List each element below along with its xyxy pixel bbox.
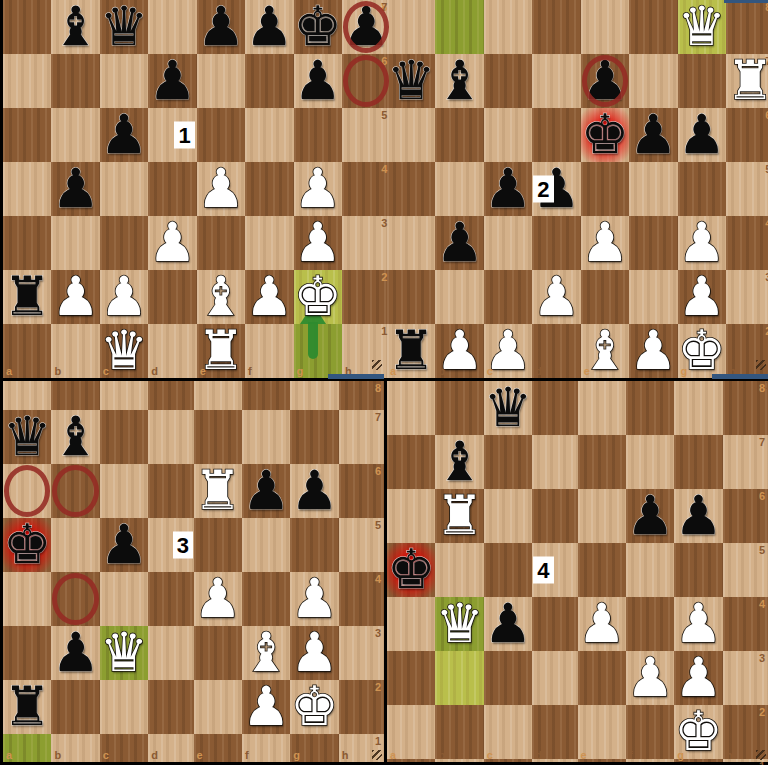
- square-b4[interactable]: ♛: [435, 597, 483, 651]
- white-bishop[interactable]: ♝: [242, 626, 290, 680]
- square-h7[interactable]: ♟7: [342, 0, 390, 54]
- square-d4[interactable]: [148, 162, 196, 216]
- square-e6[interactable]: [197, 54, 245, 108]
- square-h4[interactable]: 4: [339, 572, 384, 626]
- square-h8[interactable]: 8: [723, 381, 768, 435]
- square-c6[interactable]: [100, 464, 148, 518]
- white-king[interactable]: ♚: [290, 680, 338, 734]
- square-f6[interactable]: ♟: [242, 464, 290, 518]
- square-c1[interactable]: c: [484, 759, 532, 762]
- square-b1[interactable]: b: [435, 759, 483, 762]
- square-g1[interactable]: g: [294, 324, 342, 378]
- square-f2[interactable]: [626, 705, 674, 759]
- square-f3[interactable]: [245, 216, 293, 270]
- square-d2[interactable]: [148, 680, 193, 734]
- square-d4[interactable]: [532, 216, 580, 270]
- square-e7[interactable]: [578, 435, 626, 489]
- rank-label: 1: [375, 735, 381, 747]
- square-d7[interactable]: [532, 435, 577, 489]
- white-pawn[interactable]: ♟: [581, 216, 629, 270]
- square-a1[interactable]: a: [3, 734, 51, 763]
- square-g4[interactable]: ♟: [674, 597, 722, 651]
- square-g2[interactable]: ♚: [294, 270, 342, 324]
- square-f8[interactable]: [242, 381, 290, 410]
- square-g7[interactable]: [678, 54, 726, 108]
- square-d1[interactable]: d: [148, 734, 193, 763]
- square-a7[interactable]: ♛: [387, 54, 435, 108]
- board-resize-handle-icon[interactable]: [372, 360, 382, 370]
- square-d6[interactable]: ♟: [148, 54, 196, 108]
- square-c5[interactable]: [484, 543, 532, 597]
- square-b4[interactable]: ♟: [435, 216, 483, 270]
- black-pawn[interactable]: ♟: [435, 216, 483, 270]
- square-g6[interactable]: ♟: [678, 108, 726, 162]
- square-a5[interactable]: [3, 108, 51, 162]
- square-h6[interactable]: 6: [723, 489, 768, 543]
- square-c3[interactable]: [484, 270, 532, 324]
- square-c4[interactable]: [100, 572, 148, 626]
- black-queen[interactable]: ♛: [100, 0, 148, 54]
- white-bishop[interactable]: ♝: [197, 270, 245, 324]
- square-e7[interactable]: [194, 410, 242, 464]
- square-b2[interactable]: ♟: [51, 270, 99, 324]
- square-d6[interactable]: [148, 464, 193, 518]
- square-e7[interactable]: ♟: [581, 54, 629, 108]
- rank-label: 1: [759, 760, 765, 765]
- white-pawn[interactable]: ♟: [629, 324, 677, 378]
- square-c8[interactable]: [100, 381, 148, 410]
- square-a5[interactable]: [387, 162, 435, 216]
- square-a3[interactable]: [387, 651, 435, 705]
- square-e5[interactable]: [194, 518, 242, 572]
- black-pawn[interactable]: ♟: [629, 108, 677, 162]
- square-d3[interactable]: ♟: [532, 270, 580, 324]
- square-a8[interactable]: [387, 0, 435, 54]
- square-f8[interactable]: [626, 381, 674, 435]
- square-d1[interactable]: d: [532, 759, 577, 762]
- square-h6[interactable]: 6: [339, 464, 384, 518]
- square-g8[interactable]: [674, 381, 722, 435]
- square-g6[interactable]: ♟: [674, 489, 722, 543]
- white-pawn[interactable]: ♟: [242, 680, 290, 734]
- white-pawn[interactable]: ♟: [194, 572, 242, 626]
- square-b4[interactable]: [51, 572, 99, 626]
- square-b1[interactable]: b: [51, 734, 99, 763]
- white-pawn[interactable]: ♟: [245, 270, 293, 324]
- square-g3[interactable]: ♟: [294, 216, 342, 270]
- black-pawn[interactable]: ♟: [290, 464, 338, 518]
- white-pawn[interactable]: ♟: [294, 162, 342, 216]
- black-pawn[interactable]: ♟: [51, 162, 99, 216]
- black-bishop[interactable]: ♝: [435, 54, 483, 108]
- square-a3[interactable]: [387, 270, 435, 324]
- black-bishop[interactable]: ♝: [435, 435, 483, 489]
- black-pawn[interactable]: ♟: [581, 54, 629, 108]
- square-f4[interactable]: [629, 216, 677, 270]
- file-label: c: [103, 749, 109, 761]
- white-pawn[interactable]: ♟: [674, 597, 722, 651]
- square-a2[interactable]: ♜: [3, 680, 51, 734]
- square-b5[interactable]: [435, 543, 483, 597]
- file-label: a: [6, 365, 12, 377]
- black-rook[interactable]: ♜: [3, 270, 51, 324]
- white-pawn[interactable]: ♟: [678, 216, 726, 270]
- square-c5[interactable]: ♟: [100, 518, 148, 572]
- square-h5[interactable]: 5: [342, 108, 390, 162]
- square-a3[interactable]: [3, 626, 51, 680]
- square-c2[interactable]: ♟: [100, 270, 148, 324]
- square-a5[interactable]: ♚: [387, 543, 435, 597]
- square-d3[interactable]: ♟: [148, 216, 196, 270]
- square-f4[interactable]: [245, 162, 293, 216]
- square-d7[interactable]: [532, 54, 580, 108]
- white-queen[interactable]: ♛: [435, 597, 483, 651]
- square-d5[interactable]: 3: [148, 518, 193, 572]
- square-e4[interactable]: ♟: [194, 572, 242, 626]
- square-g5[interactable]: [674, 543, 722, 597]
- square-d7[interactable]: [148, 0, 196, 54]
- black-pawn[interactable]: ♟: [294, 54, 342, 108]
- black-pawn[interactable]: ♟: [484, 597, 532, 651]
- square-e8[interactable]: [578, 381, 626, 435]
- board-resize-handle-icon[interactable]: [372, 750, 382, 760]
- square-b1[interactable]: b: [51, 324, 99, 378]
- square-e6[interactable]: ♚: [581, 108, 629, 162]
- black-pawn[interactable]: ♟: [626, 489, 674, 543]
- square-g5[interactable]: [678, 162, 726, 216]
- black-rook[interactable]: ♜: [3, 680, 51, 734]
- square-e5[interactable]: [197, 108, 245, 162]
- square-c1[interactable]: ♛c: [100, 324, 148, 378]
- square-h3[interactable]: 3: [342, 216, 390, 270]
- square-e4[interactable]: ♟: [197, 162, 245, 216]
- square-d5[interactable]: 1: [148, 108, 196, 162]
- square-b6[interactable]: [435, 108, 483, 162]
- square-c6[interactable]: [100, 54, 148, 108]
- white-king[interactable]: ♚: [294, 270, 342, 324]
- file-label: d: [151, 365, 158, 377]
- square-d8[interactable]: [532, 0, 580, 54]
- white-pawn[interactable]: ♟: [290, 572, 338, 626]
- square-f6[interactable]: ♟: [629, 108, 677, 162]
- square-c3[interactable]: [100, 216, 148, 270]
- square-b3[interactable]: ♟: [51, 626, 99, 680]
- white-pawn[interactable]: ♟: [197, 162, 245, 216]
- white-pawn[interactable]: ♟: [51, 270, 99, 324]
- square-e2[interactable]: ♝: [197, 270, 245, 324]
- square-d5[interactable]: ♟2: [532, 162, 580, 216]
- square-h7[interactable]: ♜7: [726, 54, 768, 108]
- square-c2[interactable]: [100, 680, 148, 734]
- square-h4[interactable]: 4: [342, 162, 390, 216]
- square-b6[interactable]: [51, 464, 99, 518]
- white-pawn[interactable]: ♟: [290, 626, 338, 680]
- square-e3[interactable]: [197, 216, 245, 270]
- square-g8[interactable]: [290, 381, 338, 410]
- square-g7[interactable]: [674, 435, 722, 489]
- black-pawn[interactable]: ♟: [100, 108, 148, 162]
- square-a1[interactable]: a: [3, 324, 51, 378]
- square-a7[interactable]: [3, 0, 51, 54]
- square-c6[interactable]: [484, 489, 532, 543]
- square-b3[interactable]: [435, 270, 483, 324]
- white-pawn[interactable]: ♟: [148, 216, 196, 270]
- square-f2[interactable]: ♟: [242, 680, 290, 734]
- rank-label: 4: [759, 598, 765, 610]
- square-a1[interactable]: a: [387, 759, 435, 762]
- square-c7[interactable]: [100, 410, 148, 464]
- square-h4[interactable]: 4: [726, 216, 768, 270]
- square-e1[interactable]: e: [578, 759, 626, 762]
- black-pawn[interactable]: ♟: [678, 108, 726, 162]
- white-pawn[interactable]: ♟: [100, 270, 148, 324]
- square-h7[interactable]: 7: [723, 435, 768, 489]
- square-b6[interactable]: ♜: [435, 489, 483, 543]
- white-rook[interactable]: ♜: [726, 54, 768, 108]
- square-c4[interactable]: [100, 162, 148, 216]
- square-e5[interactable]: [578, 543, 626, 597]
- square-h6[interactable]: 6: [342, 54, 390, 108]
- square-g6[interactable]: ♟: [290, 464, 338, 518]
- square-h4[interactable]: 4: [723, 597, 768, 651]
- square-d6[interactable]: [532, 108, 580, 162]
- square-g8[interactable]: ♛: [678, 0, 726, 54]
- chessboard-2: ♛8♛♝♟♜7♚♟♟6♟♟25♟♟♟4♟♟3♜♟♟♝♟♚2abcdefgh1: [387, 0, 768, 372]
- square-h8[interactable]: 8: [339, 381, 384, 410]
- square-f3[interactable]: ♝: [242, 626, 290, 680]
- black-pawn[interactable]: ♟: [242, 464, 290, 518]
- square-c5[interactable]: ♟: [484, 162, 532, 216]
- square-d1[interactable]: d: [148, 324, 196, 378]
- rank-label: 8: [759, 382, 765, 394]
- square-a6[interactable]: [387, 108, 435, 162]
- square-f6[interactable]: ♟: [626, 489, 674, 543]
- square-h3[interactable]: 3: [339, 626, 384, 680]
- square-h2[interactable]: 2: [342, 270, 390, 324]
- square-e8[interactable]: [194, 381, 242, 410]
- square-f7[interactable]: ♟: [245, 0, 293, 54]
- square-f6[interactable]: [245, 54, 293, 108]
- file-label: g: [681, 365, 688, 377]
- square-a4[interactable]: [387, 216, 435, 270]
- square-f4[interactable]: [242, 572, 290, 626]
- file-label: a: [6, 749, 12, 761]
- black-bishop[interactable]: ♝: [51, 0, 99, 54]
- square-g7[interactable]: [290, 410, 338, 464]
- square-c5[interactable]: ♟: [100, 108, 148, 162]
- square-g2[interactable]: ♚: [290, 680, 338, 734]
- white-rook[interactable]: ♜: [194, 464, 242, 518]
- square-a6[interactable]: [3, 54, 51, 108]
- square-d8[interactable]: [148, 381, 193, 410]
- square-a2[interactable]: ♜: [3, 270, 51, 324]
- square-f2[interactable]: ♟: [245, 270, 293, 324]
- square-d7[interactable]: [148, 410, 193, 464]
- square-f7[interactable]: [629, 54, 677, 108]
- square-a6[interactable]: [387, 489, 435, 543]
- square-e3[interactable]: [578, 651, 626, 705]
- white-pawn[interactable]: ♟: [294, 216, 342, 270]
- square-c6[interactable]: [484, 108, 532, 162]
- square-b8[interactable]: [435, 0, 483, 54]
- black-queen[interactable]: ♛: [387, 54, 435, 108]
- square-f3[interactable]: ♟: [626, 651, 674, 705]
- four-board-puzzle-grid: 8♝♛♟♟♚♟7♟♟6♟15♟♟♟4♟♟3♜♟♟♝♟♚2ab♛cd♜efgh1♛…: [0, 0, 768, 765]
- black-pawn[interactable]: ♟: [674, 489, 722, 543]
- black-king[interactable]: ♚: [3, 518, 51, 572]
- square-a5[interactable]: ♚: [3, 518, 51, 572]
- square-g4[interactable]: ♟: [290, 572, 338, 626]
- square-d2[interactable]: [148, 270, 196, 324]
- square-e4[interactable]: ♟: [578, 597, 626, 651]
- square-g6[interactable]: ♟: [294, 54, 342, 108]
- black-queen[interactable]: ♛: [3, 410, 51, 464]
- square-f3[interactable]: [629, 270, 677, 324]
- square-h3[interactable]: 3: [723, 651, 768, 705]
- white-pawn[interactable]: ♟: [532, 270, 580, 324]
- square-g4[interactable]: ♟: [678, 216, 726, 270]
- square-f5[interactable]: [242, 518, 290, 572]
- white-pawn[interactable]: ♟: [678, 270, 726, 324]
- square-h5[interactable]: 5: [723, 543, 768, 597]
- square-d4[interactable]: [532, 597, 577, 651]
- square-c8[interactable]: ♛: [484, 381, 532, 435]
- square-d8[interactable]: [532, 381, 577, 435]
- square-e7[interactable]: ♟: [197, 0, 245, 54]
- square-f4[interactable]: [626, 597, 674, 651]
- square-f8[interactable]: [629, 0, 677, 54]
- square-f1[interactable]: f: [245, 324, 293, 378]
- square-h6[interactable]: 6: [726, 108, 768, 162]
- square-b5[interactable]: [51, 108, 99, 162]
- square-f5[interactable]: [629, 162, 677, 216]
- square-g4[interactable]: ♟: [294, 162, 342, 216]
- square-c7[interactable]: [484, 435, 532, 489]
- white-rook[interactable]: ♜: [435, 489, 483, 543]
- black-king[interactable]: ♚: [294, 0, 342, 54]
- square-c3[interactable]: [484, 651, 532, 705]
- square-d3[interactable]: [532, 651, 577, 705]
- square-e1[interactable]: e: [194, 734, 242, 763]
- black-bishop[interactable]: ♝: [51, 410, 99, 464]
- square-h3[interactable]: 3: [726, 270, 768, 324]
- square-e6[interactable]: ♜: [194, 464, 242, 518]
- square-g3[interactable]: ♟: [674, 651, 722, 705]
- square-h8[interactable]: 8: [726, 0, 768, 54]
- square-d4[interactable]: [148, 572, 193, 626]
- square-e2[interactable]: [194, 680, 242, 734]
- square-b7[interactable]: ♝: [51, 0, 99, 54]
- square-f5[interactable]: [245, 108, 293, 162]
- square-b3[interactable]: [435, 651, 483, 705]
- square-h2[interactable]: 2: [339, 680, 384, 734]
- square-g1[interactable]: g: [290, 734, 338, 763]
- square-a4[interactable]: [3, 572, 51, 626]
- white-pawn[interactable]: ♟: [674, 651, 722, 705]
- square-a8[interactable]: [387, 381, 435, 435]
- square-g7[interactable]: ♚: [294, 0, 342, 54]
- square-f2[interactable]: ♟: [629, 324, 677, 378]
- square-b4[interactable]: ♟: [51, 162, 99, 216]
- square-e8[interactable]: [581, 0, 629, 54]
- square-f1[interactable]: f: [626, 759, 674, 762]
- board-resize-handle-icon[interactable]: [756, 750, 766, 760]
- white-queen[interactable]: ♛: [100, 626, 148, 680]
- square-d6[interactable]: [532, 489, 577, 543]
- black-pawn[interactable]: ♟: [51, 626, 99, 680]
- square-g3[interactable]: ♟: [290, 626, 338, 680]
- square-f1[interactable]: f: [242, 734, 290, 763]
- square-c7[interactable]: ♛: [100, 0, 148, 54]
- white-pawn[interactable]: ♟: [626, 651, 674, 705]
- square-c1[interactable]: c: [100, 734, 148, 763]
- square-a4[interactable]: [387, 597, 435, 651]
- square-f5[interactable]: [626, 543, 674, 597]
- square-b7[interactable]: ♝: [435, 435, 483, 489]
- board-number-badge: 4: [533, 557, 553, 584]
- black-king[interactable]: ♚: [387, 543, 435, 597]
- white-pawn[interactable]: ♟: [578, 597, 626, 651]
- square-b7[interactable]: ♝: [51, 410, 99, 464]
- square-b5[interactable]: [51, 518, 99, 572]
- square-h1[interactable]: h1: [342, 324, 390, 378]
- square-e3[interactable]: [581, 270, 629, 324]
- square-d5[interactable]: 4: [532, 543, 577, 597]
- black-pawn[interactable]: ♟: [100, 518, 148, 572]
- square-e3[interactable]: [194, 626, 242, 680]
- black-queen[interactable]: ♛: [484, 381, 532, 435]
- black-king[interactable]: ♚: [581, 108, 629, 162]
- square-b8[interactable]: [435, 381, 483, 435]
- square-c7[interactable]: [484, 54, 532, 108]
- square-d3[interactable]: [148, 626, 193, 680]
- square-c4[interactable]: [484, 216, 532, 270]
- square-e1[interactable]: ♜e: [197, 324, 245, 378]
- square-f7[interactable]: [242, 410, 290, 464]
- square-c4[interactable]: ♟: [484, 597, 532, 651]
- square-e6[interactable]: [578, 489, 626, 543]
- square-g3[interactable]: ♟: [678, 270, 726, 324]
- square-f7[interactable]: [626, 435, 674, 489]
- square-b3[interactable]: [51, 216, 99, 270]
- square-b2[interactable]: [51, 680, 99, 734]
- square-a7[interactable]: [387, 435, 435, 489]
- white-queen[interactable]: ♛: [678, 0, 726, 54]
- square-a6[interactable]: [3, 464, 51, 518]
- black-pawn[interactable]: ♟: [197, 0, 245, 54]
- square-a7[interactable]: ♛: [3, 410, 51, 464]
- square-a3[interactable]: [3, 216, 51, 270]
- square-e4[interactable]: ♟: [581, 216, 629, 270]
- square-c8[interactable]: [484, 0, 532, 54]
- square-e5[interactable]: [581, 162, 629, 216]
- rank-label: 4: [381, 163, 387, 175]
- black-pawn[interactable]: ♟: [484, 162, 532, 216]
- square-b6[interactable]: [51, 54, 99, 108]
- black-pawn[interactable]: ♟: [148, 54, 196, 108]
- square-b7[interactable]: ♝: [435, 54, 483, 108]
- square-g5[interactable]: [290, 518, 338, 572]
- square-c3[interactable]: ♛: [100, 626, 148, 680]
- board-resize-handle-icon[interactable]: [756, 360, 766, 370]
- square-a4[interactable]: [3, 162, 51, 216]
- square-g5[interactable]: [294, 108, 342, 162]
- square-h5[interactable]: 5: [726, 162, 768, 216]
- square-b5[interactable]: [435, 162, 483, 216]
- square-h7[interactable]: 7: [339, 410, 384, 464]
- black-pawn[interactable]: ♟: [245, 0, 293, 54]
- square-h5[interactable]: 5: [339, 518, 384, 572]
